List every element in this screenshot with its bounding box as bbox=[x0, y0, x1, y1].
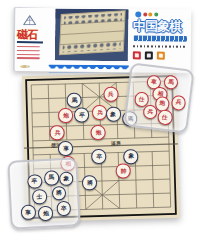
piece-character: 車 bbox=[150, 79, 156, 85]
piece-character: 將 bbox=[56, 190, 62, 196]
piece-character: 車 bbox=[25, 209, 31, 215]
feature-line bbox=[17, 46, 40, 47]
xiangqi-piece-black[interactable]: 車 bbox=[21, 205, 36, 220]
box-cover-photo bbox=[54, 9, 128, 62]
red-pieces-tray: 車馬相仕炮兵兵仕 bbox=[123, 62, 194, 133]
feature-line bbox=[17, 54, 40, 55]
feature-line bbox=[17, 58, 40, 59]
piece-character: 仕 bbox=[139, 96, 145, 102]
xiangqi-piece-red[interactable]: 炮 bbox=[91, 125, 106, 140]
piece-character: 馬 bbox=[71, 97, 77, 103]
xiangqi-piece-black[interactable]: 馬 bbox=[67, 93, 82, 108]
xiangqi-piece-black[interactable]: 馬 bbox=[44, 170, 59, 185]
corner-square-badge bbox=[133, 51, 141, 59]
piece-character: 卒 bbox=[96, 154, 102, 160]
piece-character: 兵 bbox=[147, 109, 153, 115]
piece-character: 兵 bbox=[175, 100, 181, 106]
xiangqi-piece-black[interactable]: 卒 bbox=[27, 174, 42, 189]
piece-character: 象 bbox=[63, 176, 69, 182]
feature-line bbox=[17, 50, 40, 51]
brand-underline bbox=[17, 41, 43, 43]
corner-square-badge bbox=[145, 51, 153, 59]
piece-character: 炮 bbox=[63, 113, 69, 119]
piece-character: 兵 bbox=[97, 110, 103, 116]
piece-character: 卒 bbox=[79, 112, 85, 118]
piece-character: 卒 bbox=[61, 206, 67, 212]
xiangqi-piece-red[interactable]: 炮 bbox=[58, 108, 73, 123]
piece-character: 炮 bbox=[43, 210, 49, 216]
xiangqi-piece-black[interactable]: 卒 bbox=[91, 149, 106, 164]
xiangqi-piece-black[interactable]: 車 bbox=[58, 141, 73, 156]
xiangqi-piece-black[interactable]: 卒 bbox=[74, 108, 89, 123]
brand-dot-icon bbox=[148, 12, 152, 16]
product-box: 磁石 «≡» bbox=[13, 7, 192, 73]
xiangqi-piece-red[interactable]: 兵 bbox=[50, 125, 65, 140]
box-left-panel: 磁石 «≡» bbox=[13, 7, 55, 71]
piece-character: 馬 bbox=[49, 175, 55, 181]
product-title: 中国象棋 bbox=[133, 19, 181, 34]
xiangqi-piece-red[interactable]: 帥 bbox=[116, 163, 131, 178]
title-banner bbox=[133, 36, 187, 42]
xiangqi-piece-red[interactable]: 兵 bbox=[170, 95, 186, 111]
xiangqi-piece-red[interactable]: 仕 bbox=[157, 109, 173, 125]
xiangqi-piece-black[interactable]: 將 bbox=[82, 175, 97, 190]
piece-character: 仕 bbox=[162, 114, 168, 120]
piece-character: 車 bbox=[63, 146, 69, 152]
piece-character: 馬 bbox=[168, 79, 174, 85]
brand-dot-icon bbox=[143, 12, 147, 16]
piece-character: 兵 bbox=[54, 130, 60, 136]
brand-name: 磁石 bbox=[17, 29, 37, 40]
xiangqi-piece-black[interactable]: 將 bbox=[51, 186, 66, 201]
piece-character: 兵 bbox=[108, 91, 114, 97]
brand-dot-icon bbox=[154, 13, 158, 17]
brand-dot-icon bbox=[135, 11, 141, 17]
product-photo: 磁石 «≡» bbox=[0, 0, 220, 248]
fineprint-text bbox=[133, 45, 185, 48]
ribbon-emblem-icon: «≡» bbox=[20, 63, 29, 69]
brand-dots-icon bbox=[135, 11, 158, 17]
xiangqi-piece-black[interactable]: 象 bbox=[123, 149, 138, 164]
xiangqi-piece-black[interactable]: 象 bbox=[106, 107, 121, 122]
pyramid-logo-icon bbox=[23, 10, 36, 29]
xiangqi-piece-black[interactable]: 炮 bbox=[38, 206, 53, 221]
black-pieces-tray: 卒馬象士將車炮卒 bbox=[7, 157, 81, 230]
corner-square-badge bbox=[157, 52, 165, 60]
scallop-trim bbox=[49, 64, 129, 73]
xiangqi-piece-red[interactable]: 兵 bbox=[92, 105, 107, 120]
piece-character: 將 bbox=[87, 180, 93, 186]
piece-character: 炮 bbox=[159, 101, 165, 107]
xiangqi-piece-black[interactable]: 士 bbox=[32, 189, 47, 204]
piece-character: 象 bbox=[111, 111, 117, 117]
piece-character: 象 bbox=[128, 154, 134, 160]
red-tray-pieces-layer: 車馬相仕炮兵兵仕 bbox=[126, 65, 193, 132]
piece-character: 炮 bbox=[95, 130, 101, 136]
corner-squares bbox=[133, 51, 165, 59]
xiangqi-piece-black[interactable]: 象 bbox=[59, 171, 74, 186]
xiangqi-piece-black[interactable]: 卒 bbox=[56, 201, 71, 216]
xiangqi-piece-red[interactable]: 兵 bbox=[104, 87, 119, 102]
black-tray-pieces-layer: 卒馬象士將車炮卒 bbox=[9, 159, 78, 227]
piece-character: 士 bbox=[36, 194, 42, 200]
piece-character: 帥 bbox=[120, 168, 126, 174]
piece-character: 卒 bbox=[32, 179, 38, 185]
